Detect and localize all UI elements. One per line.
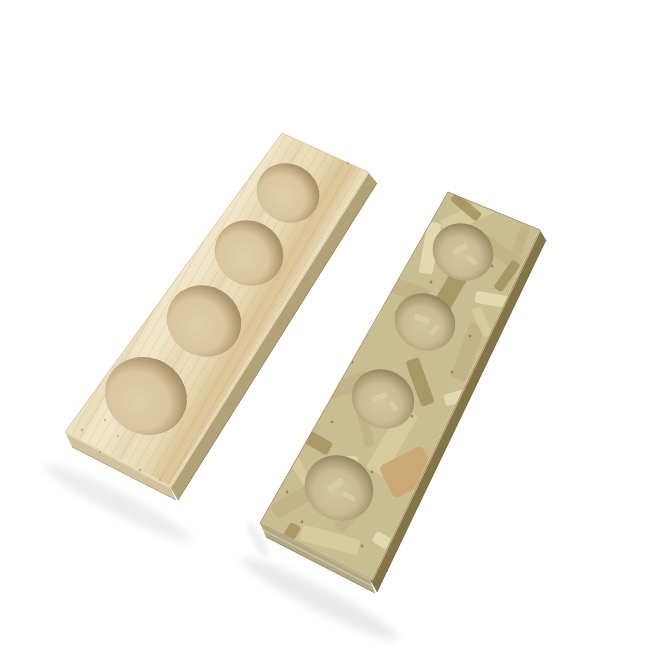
photo-canvas — [0, 0, 660, 660]
osb-speck — [411, 415, 414, 418]
pine-pore — [99, 451, 101, 453]
osb-speck — [361, 545, 364, 548]
scene — [0, 0, 660, 660]
pine-pore — [159, 479, 161, 481]
osb-speck — [286, 491, 289, 494]
osb-speck — [301, 521, 304, 524]
pine-pore — [104, 419, 106, 421]
osb-speck — [469, 335, 472, 338]
osb-speck — [430, 281, 433, 284]
pine-pore — [347, 162, 349, 164]
pine-pore — [139, 469, 141, 471]
osb-speck — [371, 471, 374, 474]
pine-pore — [81, 429, 83, 431]
osb-speck — [451, 371, 454, 374]
pine-pore — [117, 435, 119, 437]
osb-speck — [331, 421, 334, 424]
